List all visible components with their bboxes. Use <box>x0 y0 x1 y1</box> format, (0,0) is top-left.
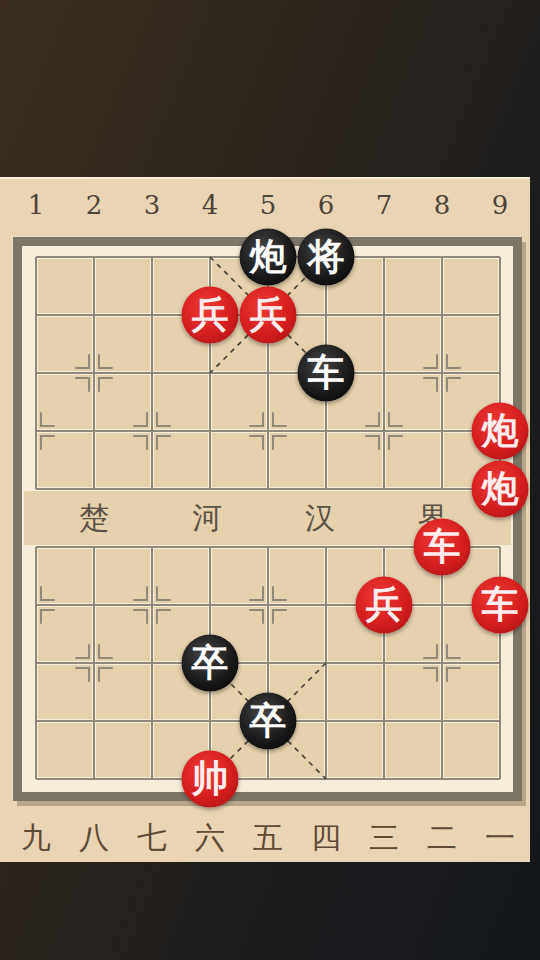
piece-red-general[interactable]: 帅 <box>182 751 239 808</box>
piece-red-pawn[interactable]: 兵 <box>240 287 297 344</box>
piece-red-cannon[interactable]: 炮 <box>472 403 529 460</box>
piece-red-chariot[interactable]: 车 <box>414 519 471 576</box>
piece-glyph: 将 <box>308 238 345 277</box>
board-panel: 123456789 楚河汉界 九八七六五四三二一 炮将兵兵车炮炮车兵车卒卒帅 <box>0 177 530 862</box>
piece-glyph: 兵 <box>192 296 229 335</box>
piece-glyph: 车 <box>308 354 345 393</box>
piece-red-pawn[interactable]: 兵 <box>356 577 413 634</box>
piece-red-pawn[interactable]: 兵 <box>182 287 239 344</box>
app-background: { "game": "xiangqi", "position": { "fen"… <box>0 0 540 960</box>
piece-glyph: 卒 <box>192 644 229 683</box>
piece-glyph: 兵 <box>250 296 287 335</box>
piece-glyph: 炮 <box>482 412 519 451</box>
piece-black-chariot[interactable]: 车 <box>298 345 355 402</box>
piece-glyph: 帅 <box>192 760 229 799</box>
piece-glyph: 车 <box>424 528 461 567</box>
piece-black-cannon[interactable]: 炮 <box>240 229 297 286</box>
piece-red-chariot[interactable]: 车 <box>472 577 529 634</box>
piece-black-general[interactable]: 将 <box>298 229 355 286</box>
piece-glyph: 车 <box>482 586 519 625</box>
piece-glyph: 卒 <box>250 702 287 741</box>
pieces-layer: 炮将兵兵车炮炮车兵车卒卒帅 <box>0 179 530 862</box>
piece-glyph: 炮 <box>482 470 519 509</box>
piece-black-pawn[interactable]: 卒 <box>240 693 297 750</box>
piece-glyph: 炮 <box>250 238 287 277</box>
piece-glyph: 兵 <box>366 586 403 625</box>
piece-red-cannon[interactable]: 炮 <box>472 461 529 518</box>
piece-black-pawn[interactable]: 卒 <box>182 635 239 692</box>
